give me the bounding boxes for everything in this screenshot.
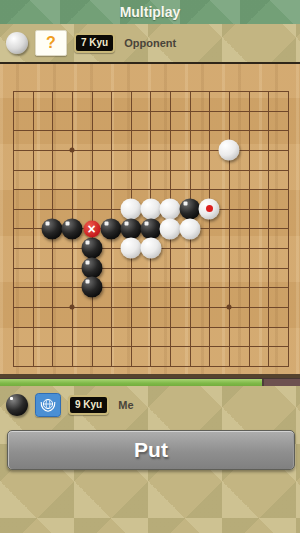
header-bar: Multiplay <box>0 0 300 24</box>
board-cell[interactable] <box>269 190 289 210</box>
board-cell[interactable] <box>250 190 270 210</box>
board-cell[interactable] <box>73 328 93 348</box>
me-stone-avatar <box>6 394 28 416</box>
board-cell[interactable] <box>93 190 113 210</box>
board-cell[interactable] <box>93 229 113 249</box>
board-cell[interactable] <box>230 269 250 289</box>
opponent-rank-badge: 7 Kyu <box>74 33 115 53</box>
board-cell[interactable] <box>230 249 250 269</box>
board-cell[interactable] <box>14 131 34 151</box>
board-cell[interactable] <box>132 288 152 308</box>
board-cell[interactable] <box>53 92 73 112</box>
board-cell[interactable] <box>73 151 93 171</box>
board-cell[interactable] <box>93 288 113 308</box>
board-cell[interactable] <box>210 171 230 191</box>
board-cell[interactable] <box>171 249 191 269</box>
board-cell[interactable] <box>14 210 34 230</box>
board-cell[interactable] <box>93 112 113 132</box>
board-cell[interactable] <box>210 112 230 132</box>
board-cell[interactable] <box>230 190 250 210</box>
board-cell[interactable] <box>53 131 73 151</box>
board-cell[interactable] <box>269 210 289 230</box>
board-cell[interactable] <box>171 347 191 367</box>
board-cell[interactable] <box>93 328 113 348</box>
board-cell[interactable] <box>171 151 191 171</box>
me-rank-badge: 9 Kyu <box>68 395 109 415</box>
board-cell[interactable] <box>151 151 171 171</box>
board-cell[interactable] <box>210 92 230 112</box>
board-cell[interactable] <box>93 347 113 367</box>
board-cell[interactable] <box>191 249 211 269</box>
board-cell[interactable] <box>34 249 54 269</box>
board-cell[interactable] <box>53 151 73 171</box>
board-cell[interactable] <box>250 92 270 112</box>
board-cell[interactable] <box>210 328 230 348</box>
me-bar: 9 Kyu Me <box>0 386 300 424</box>
board-cell[interactable] <box>112 210 132 230</box>
board-cell[interactable] <box>73 269 93 289</box>
board-cell[interactable] <box>171 210 191 230</box>
board-cell[interactable] <box>34 210 54 230</box>
board-cell[interactable] <box>112 328 132 348</box>
board-cell[interactable] <box>73 112 93 132</box>
board-cell[interactable] <box>151 328 171 348</box>
board-cell[interactable] <box>250 131 270 151</box>
board-cell[interactable] <box>151 112 171 132</box>
board-cell[interactable] <box>14 229 34 249</box>
opponent-bar: ? 7 Kyu Opponent <box>0 24 300 62</box>
board-cell[interactable] <box>230 308 250 328</box>
board-cell[interactable] <box>34 190 54 210</box>
board-cell[interactable] <box>191 347 211 367</box>
board-cell[interactable] <box>191 171 211 191</box>
board-cell[interactable] <box>250 210 270 230</box>
board-cell[interactable] <box>151 210 171 230</box>
board-cell[interactable] <box>93 308 113 328</box>
board-cell[interactable] <box>132 210 152 230</box>
board-cell[interactable] <box>132 269 152 289</box>
board-cell[interactable] <box>250 151 270 171</box>
board-cell[interactable] <box>250 112 270 132</box>
board-cell[interactable] <box>191 151 211 171</box>
board-cell[interactable] <box>230 112 250 132</box>
board-cell[interactable] <box>73 347 93 367</box>
board-cell[interactable] <box>53 229 73 249</box>
board-cell[interactable] <box>171 308 191 328</box>
board-cell[interactable] <box>151 288 171 308</box>
board-cell[interactable] <box>73 171 93 191</box>
board-cell[interactable] <box>250 288 270 308</box>
board-cell[interactable] <box>269 328 289 348</box>
time-progress-bar <box>0 378 300 386</box>
gomoku-board: × <box>0 64 300 374</box>
board-cell[interactable] <box>171 269 191 289</box>
board-cell[interactable] <box>230 131 250 151</box>
board-cell[interactable] <box>230 288 250 308</box>
board-cell[interactable] <box>210 288 230 308</box>
board-cell[interactable] <box>191 190 211 210</box>
board-cell[interactable] <box>151 308 171 328</box>
board-cell[interactable] <box>269 131 289 151</box>
board-cell[interactable] <box>73 308 93 328</box>
board-cell[interactable] <box>250 347 270 367</box>
board-cell[interactable] <box>93 210 113 230</box>
board-cell[interactable] <box>191 308 211 328</box>
board-cell[interactable] <box>53 112 73 132</box>
board-cell[interactable] <box>34 288 54 308</box>
board-cell[interactable] <box>132 249 152 269</box>
board-cell[interactable] <box>132 92 152 112</box>
board-cell[interactable] <box>191 131 211 151</box>
app-screen: Multiplay ? 7 Kyu Opponent × 9 Kyu Me Pu… <box>0 0 300 533</box>
board-cell[interactable] <box>250 328 270 348</box>
board-cell[interactable] <box>250 308 270 328</box>
board-cell[interactable] <box>210 249 230 269</box>
board-cell[interactable] <box>112 112 132 132</box>
board-cell[interactable] <box>14 308 34 328</box>
board-cell[interactable] <box>171 229 191 249</box>
board-cell[interactable] <box>112 171 132 191</box>
board-cell[interactable] <box>151 229 171 249</box>
board-cell[interactable] <box>132 151 152 171</box>
board-cell[interactable] <box>112 347 132 367</box>
board-cell[interactable] <box>210 229 230 249</box>
board-cell[interactable] <box>14 92 34 112</box>
board-cell[interactable] <box>210 190 230 210</box>
board-cell[interactable] <box>112 131 132 151</box>
board-cell[interactable] <box>132 229 152 249</box>
board-cell[interactable] <box>210 269 230 289</box>
un-flag-icon <box>35 393 61 417</box>
question-mark-icon: ? <box>46 34 56 52</box>
board-cell[interactable] <box>53 288 73 308</box>
board-cell[interactable] <box>14 151 34 171</box>
board-cell[interactable] <box>93 151 113 171</box>
board-cell[interactable] <box>112 308 132 328</box>
put-button[interactable]: Put <box>7 430 295 470</box>
board-cell[interactable] <box>230 92 250 112</box>
board-cell[interactable] <box>53 308 73 328</box>
board-cell[interactable] <box>14 347 34 367</box>
board-cell[interactable] <box>151 92 171 112</box>
board-cell[interactable] <box>73 249 93 269</box>
board-cell[interactable] <box>34 229 54 249</box>
board-cell[interactable] <box>112 229 132 249</box>
board-grid[interactable] <box>13 91 289 367</box>
board-cell[interactable] <box>73 210 93 230</box>
board-cell[interactable] <box>151 249 171 269</box>
board-cell[interactable] <box>250 171 270 191</box>
board-cell[interactable] <box>191 229 211 249</box>
board-cell[interactable] <box>230 171 250 191</box>
board-cell[interactable] <box>34 112 54 132</box>
board-cell[interactable] <box>191 92 211 112</box>
board-cell[interactable] <box>112 269 132 289</box>
board-cell[interactable] <box>93 131 113 151</box>
board-cell[interactable] <box>191 328 211 348</box>
board-cell[interactable] <box>93 249 113 269</box>
board-cell[interactable] <box>34 308 54 328</box>
board-cell[interactable] <box>210 308 230 328</box>
board-cell[interactable] <box>210 131 230 151</box>
time-progress-fill <box>0 379 264 386</box>
board-cell[interactable] <box>112 151 132 171</box>
board-cell[interactable] <box>53 171 73 191</box>
board-cell[interactable] <box>151 171 171 191</box>
board-cell[interactable] <box>151 190 171 210</box>
board-cell[interactable] <box>132 328 152 348</box>
board-cell[interactable] <box>14 288 34 308</box>
board-cell[interactable] <box>269 269 289 289</box>
board-cell[interactable] <box>230 229 250 249</box>
board-cell[interactable] <box>34 347 54 367</box>
board-cell[interactable] <box>191 288 211 308</box>
board-cell[interactable] <box>269 308 289 328</box>
board-cell[interactable] <box>269 347 289 367</box>
board-cell[interactable] <box>269 92 289 112</box>
board-cell[interactable] <box>132 112 152 132</box>
board-cell[interactable] <box>34 92 54 112</box>
board-cell[interactable] <box>269 249 289 269</box>
board-cell[interactable] <box>34 131 54 151</box>
board-cell[interactable] <box>171 190 191 210</box>
board-cell[interactable] <box>34 269 54 289</box>
board-cell[interactable] <box>112 190 132 210</box>
board-cell[interactable] <box>230 328 250 348</box>
board-cell[interactable] <box>269 288 289 308</box>
board-cell[interactable] <box>132 171 152 191</box>
board-cell[interactable] <box>53 190 73 210</box>
board-cell[interactable] <box>191 210 211 230</box>
board-cell[interactable] <box>34 171 54 191</box>
board-cell[interactable] <box>269 171 289 191</box>
board-cell[interactable] <box>34 151 54 171</box>
board-cell[interactable] <box>112 249 132 269</box>
board-cell[interactable] <box>53 328 73 348</box>
board-cell[interactable] <box>132 308 152 328</box>
board-cell[interactable] <box>132 347 152 367</box>
board-cell[interactable] <box>171 112 191 132</box>
board-cell[interactable] <box>14 249 34 269</box>
board-cell[interactable] <box>73 288 93 308</box>
board-cell[interactable] <box>132 190 152 210</box>
board-cell[interactable] <box>14 112 34 132</box>
board-cell[interactable] <box>230 210 250 230</box>
board-cell[interactable] <box>34 328 54 348</box>
board-cell[interactable] <box>151 131 171 151</box>
board-cell[interactable] <box>112 288 132 308</box>
board-cell[interactable] <box>73 92 93 112</box>
board-cell[interactable] <box>191 112 211 132</box>
me-label: Me <box>118 399 133 411</box>
board-cell[interactable] <box>73 131 93 151</box>
board-cell[interactable] <box>250 249 270 269</box>
board-cell[interactable] <box>171 328 191 348</box>
board-cell[interactable] <box>53 347 73 367</box>
board-cell[interactable] <box>250 269 270 289</box>
board-cell[interactable] <box>73 190 93 210</box>
board-cell[interactable] <box>269 229 289 249</box>
board-cell[interactable] <box>93 171 113 191</box>
board-cell[interactable] <box>93 92 113 112</box>
board-cell[interactable] <box>269 112 289 132</box>
board-cell[interactable] <box>151 347 171 367</box>
board-cell[interactable] <box>230 347 250 367</box>
board-cell[interactable] <box>171 92 191 112</box>
board-cell[interactable] <box>14 171 34 191</box>
board-cell[interactable] <box>191 269 211 289</box>
board-cell[interactable] <box>230 151 250 171</box>
opponent-stone-avatar <box>6 32 28 54</box>
board-cell[interactable] <box>151 269 171 289</box>
board-cell[interactable] <box>132 131 152 151</box>
board-cell[interactable] <box>14 269 34 289</box>
board-cell[interactable] <box>269 151 289 171</box>
board-cell[interactable] <box>250 229 270 249</box>
board-cell[interactable] <box>53 269 73 289</box>
board-cell[interactable] <box>14 328 34 348</box>
board-cell[interactable] <box>171 171 191 191</box>
board-cell[interactable] <box>112 92 132 112</box>
board-cell[interactable] <box>171 131 191 151</box>
board-cell[interactable] <box>93 269 113 289</box>
board-cell[interactable] <box>53 249 73 269</box>
board-cell[interactable] <box>53 210 73 230</box>
board-cell[interactable] <box>14 190 34 210</box>
board-cell[interactable] <box>210 210 230 230</box>
board-cell[interactable] <box>210 151 230 171</box>
opponent-flag-unknown-icon: ? <box>35 30 67 56</box>
page-title: Multiplay <box>120 4 181 20</box>
board-cell[interactable] <box>73 229 93 249</box>
board-cell[interactable] <box>171 288 191 308</box>
board-cell[interactable] <box>210 347 230 367</box>
action-area: Put <box>0 424 300 470</box>
opponent-label: Opponent <box>124 37 176 49</box>
